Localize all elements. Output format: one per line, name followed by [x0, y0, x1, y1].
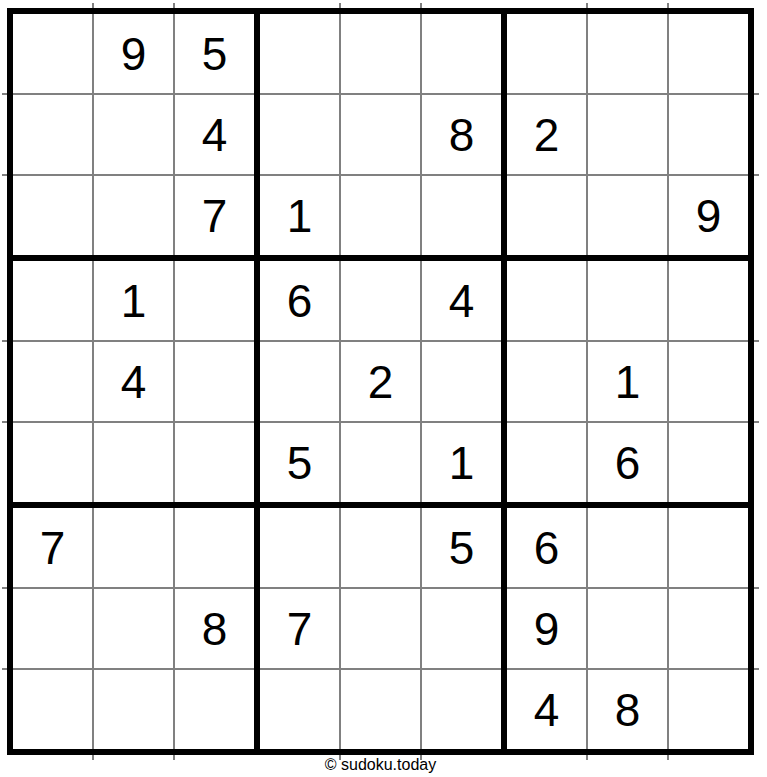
gridline-tick	[754, 668, 759, 670]
cell-r1c3[interactable]: 5	[175, 14, 254, 93]
cell-r5c2[interactable]: 4	[94, 342, 173, 421]
cell-r1c1[interactable]	[13, 14, 92, 93]
cell-r7c8[interactable]	[588, 508, 667, 587]
cell-r4c2[interactable]: 1	[94, 261, 173, 340]
cell-r3c7[interactable]	[507, 176, 586, 255]
cell-r1c8[interactable]	[588, 14, 667, 93]
cell-r6c1[interactable]	[13, 423, 92, 502]
gridline-tick	[92, 3, 94, 8]
gridline-tick	[2, 340, 7, 342]
cell-r4c1[interactable]	[13, 261, 92, 340]
cell-r9c2[interactable]	[94, 670, 173, 749]
cell-r9c8[interactable]: 8	[588, 670, 667, 749]
cell-r4c3[interactable]	[175, 261, 254, 340]
cell-r5c1[interactable]	[13, 342, 92, 421]
cell-r5c8[interactable]: 1	[588, 342, 667, 421]
cell-r4c5[interactable]	[341, 261, 420, 340]
cell-r2c3[interactable]: 4	[175, 95, 254, 174]
box-2-1: 14	[13, 261, 254, 502]
cell-r7c5[interactable]	[341, 508, 420, 587]
gridline-tick	[173, 3, 175, 8]
cell-r7c2[interactable]	[94, 508, 173, 587]
box-1-1: 9547	[13, 14, 254, 255]
cell-r8c3[interactable]: 8	[175, 589, 254, 668]
gridline-tick	[2, 587, 7, 589]
cell-r6c8[interactable]: 6	[588, 423, 667, 502]
cell-r7c4[interactable]	[260, 508, 339, 587]
cell-r9c1[interactable]	[13, 670, 92, 749]
gridline-tick	[754, 174, 759, 176]
cell-r4c7[interactable]	[507, 261, 586, 340]
cell-r3c5[interactable]	[341, 176, 420, 255]
cell-r2c5[interactable]	[341, 95, 420, 174]
cell-r1c7[interactable]	[507, 14, 586, 93]
cell-r1c6[interactable]	[422, 14, 501, 93]
box-3-1: 78	[13, 508, 254, 749]
cell-r1c5[interactable]	[341, 14, 420, 93]
gridline-tick	[754, 340, 759, 342]
cell-r1c2[interactable]: 9	[94, 14, 173, 93]
cell-r8c8[interactable]	[588, 589, 667, 668]
cell-r2c2[interactable]	[94, 95, 173, 174]
cell-r8c5[interactable]	[341, 589, 420, 668]
cell-r8c9[interactable]	[669, 589, 748, 668]
gridline-tick	[754, 421, 759, 423]
cell-r9c7[interactable]: 4	[507, 670, 586, 749]
cell-r5c5[interactable]: 2	[341, 342, 420, 421]
sudoku-board: 9547812914642511678576948	[7, 8, 754, 755]
cell-r3c9[interactable]: 9	[669, 176, 748, 255]
sudoku-page: 9547812914642511678576948 © sudoku.today	[0, 0, 767, 777]
cell-r5c9[interactable]	[669, 342, 748, 421]
cell-r2c8[interactable]	[588, 95, 667, 174]
gridline-tick	[754, 93, 759, 95]
gridline-tick	[420, 3, 422, 8]
cell-r3c1[interactable]	[13, 176, 92, 255]
box-1-2: 81	[260, 14, 501, 255]
cell-r9c9[interactable]	[669, 670, 748, 749]
cell-r2c4[interactable]	[260, 95, 339, 174]
gridline-tick	[2, 668, 7, 670]
gridline-tick	[586, 3, 588, 8]
gridline-tick	[2, 174, 7, 176]
cell-r7c7[interactable]: 6	[507, 508, 586, 587]
cell-r9c3[interactable]	[175, 670, 254, 749]
gridline-tick	[339, 3, 341, 8]
cell-r8c1[interactable]	[13, 589, 92, 668]
cell-r1c9[interactable]	[669, 14, 748, 93]
cell-r6c9[interactable]	[669, 423, 748, 502]
sudoku-grid: 9547812914642511678576948	[7, 8, 754, 755]
cell-r2c7[interactable]: 2	[507, 95, 586, 174]
cell-r3c3[interactable]: 7	[175, 176, 254, 255]
cell-r6c5[interactable]	[341, 423, 420, 502]
box-2-3: 16	[507, 261, 748, 502]
cell-r8c6[interactable]	[422, 589, 501, 668]
cell-r3c8[interactable]	[588, 176, 667, 255]
box-2-2: 64251	[260, 261, 501, 502]
cell-r7c9[interactable]	[669, 508, 748, 587]
cell-r2c9[interactable]	[669, 95, 748, 174]
cell-r8c2[interactable]	[94, 589, 173, 668]
cell-r9c6[interactable]	[422, 670, 501, 749]
cell-r6c6[interactable]: 1	[422, 423, 501, 502]
gridline-tick	[2, 93, 7, 95]
cell-r2c6[interactable]: 8	[422, 95, 501, 174]
cell-r4c9[interactable]	[669, 261, 748, 340]
cell-r6c2[interactable]	[94, 423, 173, 502]
gridline-tick	[667, 3, 669, 8]
cell-r9c4[interactable]	[260, 670, 339, 749]
cell-r4c4[interactable]: 6	[260, 261, 339, 340]
cell-r4c8[interactable]	[588, 261, 667, 340]
cell-r2c1[interactable]	[13, 95, 92, 174]
cell-r7c6[interactable]: 5	[422, 508, 501, 587]
cell-r6c4[interactable]: 5	[260, 423, 339, 502]
cell-r9c5[interactable]	[341, 670, 420, 749]
cell-r5c3[interactable]	[175, 342, 254, 421]
cell-r3c2[interactable]	[94, 176, 173, 255]
cell-r3c6[interactable]	[422, 176, 501, 255]
cell-r8c4[interactable]: 7	[260, 589, 339, 668]
box-3-3: 6948	[507, 508, 748, 749]
cell-r6c7[interactable]	[507, 423, 586, 502]
gridline-tick	[754, 587, 759, 589]
cell-r5c4[interactable]	[260, 342, 339, 421]
cell-r3c4[interactable]: 1	[260, 176, 339, 255]
cell-r8c7[interactable]: 9	[507, 589, 586, 668]
cell-r6c3[interactable]	[175, 423, 254, 502]
copyright-text: © sudoku.today	[7, 756, 754, 774]
gridline-tick	[2, 421, 7, 423]
cell-r7c1[interactable]: 7	[13, 508, 92, 587]
box-3-2: 57	[260, 508, 501, 749]
cell-r7c3[interactable]	[175, 508, 254, 587]
cell-r5c7[interactable]	[507, 342, 586, 421]
cell-r4c6[interactable]: 4	[422, 261, 501, 340]
cell-r5c6[interactable]	[422, 342, 501, 421]
box-1-3: 29	[507, 14, 748, 255]
cell-r1c4[interactable]	[260, 14, 339, 93]
